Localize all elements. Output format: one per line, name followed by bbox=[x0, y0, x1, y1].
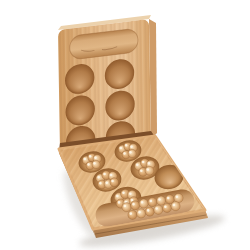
mancala-product-photo: Folding wooden mancala board with wooden… bbox=[0, 0, 250, 250]
mancala-board-scene: Folding wooden mancala board with wooden… bbox=[0, 0, 250, 250]
